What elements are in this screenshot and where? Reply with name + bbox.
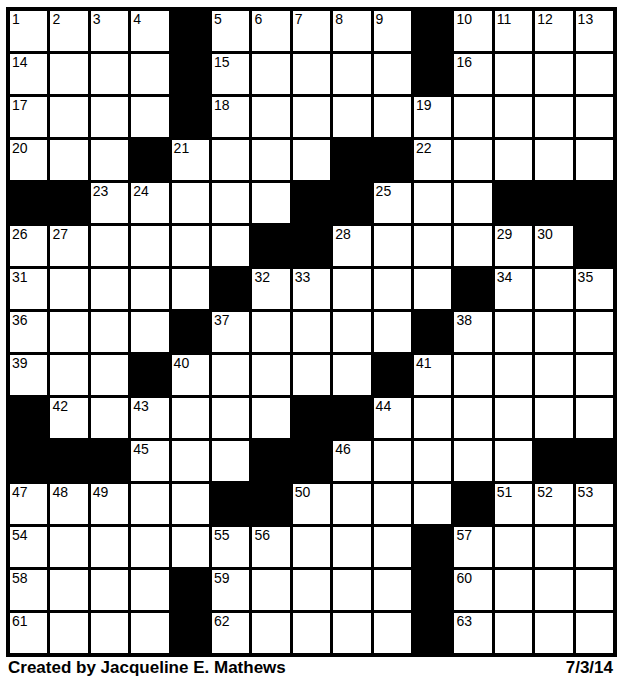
open-cell-r15c12[interactable]: 63 — [454, 613, 491, 653]
open-cell-r13c15[interactable] — [576, 527, 613, 567]
open-cell-r2c15[interactable] — [576, 54, 613, 94]
open-cell-r2c6[interactable]: 15 — [212, 54, 249, 94]
open-cell-r15c6[interactable]: 62 — [212, 613, 249, 653]
open-cell-r8c3[interactable] — [91, 312, 128, 352]
open-cell-r4c5[interactable]: 21 — [172, 140, 209, 180]
open-cell-r11c10[interactable] — [374, 441, 411, 481]
open-cell-r3c11[interactable]: 19 — [414, 97, 451, 137]
clue-number-26: 26 — [12, 226, 28, 243]
clue-number-12: 12 — [537, 11, 553, 28]
open-cell-r7c8[interactable]: 33 — [293, 269, 330, 309]
open-cell-r3c1[interactable]: 17 — [10, 97, 47, 137]
open-cell-r3c12[interactable] — [454, 97, 491, 137]
open-cell-r14c3[interactable] — [91, 570, 128, 610]
crossword-grid: 1234567891011121314151617181920212223242… — [6, 7, 617, 657]
open-cell-r13c4[interactable] — [131, 527, 168, 567]
open-cell-r3c2[interactable] — [50, 97, 87, 137]
open-cell-r13c13[interactable] — [495, 527, 532, 567]
black-cell-r8c11 — [414, 312, 451, 352]
open-cell-r5c10[interactable]: 25 — [374, 183, 411, 223]
clue-number-5: 5 — [214, 11, 222, 28]
black-cell-r12c12 — [454, 484, 491, 524]
clue-number-58: 58 — [12, 570, 28, 587]
clue-number-45: 45 — [133, 441, 149, 458]
black-cell-r11c7 — [252, 441, 289, 481]
black-cell-r11c2 — [50, 441, 87, 481]
open-cell-r8c12[interactable]: 38 — [454, 312, 491, 352]
open-cell-r8c8[interactable] — [293, 312, 330, 352]
black-cell-r12c6 — [212, 484, 249, 524]
open-cell-r10c5[interactable] — [172, 398, 209, 438]
clue-number-16: 16 — [456, 54, 472, 71]
clue-number-25: 25 — [376, 183, 392, 200]
clue-number-54: 54 — [12, 527, 28, 544]
open-cell-r12c3[interactable]: 49 — [91, 484, 128, 524]
clue-number-30: 30 — [537, 226, 553, 243]
open-cell-r3c4[interactable] — [131, 97, 168, 137]
open-cell-r13c6[interactable]: 55 — [212, 527, 249, 567]
clue-number-18: 18 — [214, 97, 230, 114]
black-cell-r11c3 — [91, 441, 128, 481]
open-cell-r12c2[interactable]: 48 — [50, 484, 87, 524]
clue-number-2: 2 — [52, 11, 60, 28]
open-cell-r7c7[interactable]: 32 — [252, 269, 289, 309]
black-cell-r9c10 — [374, 355, 411, 395]
open-cell-r9c3[interactable] — [91, 355, 128, 395]
black-cell-r5c15 — [576, 183, 613, 223]
black-cell-r10c8 — [293, 398, 330, 438]
open-cell-r9c9[interactable] — [333, 355, 370, 395]
open-cell-r11c9[interactable]: 46 — [333, 441, 370, 481]
open-cell-r12c14[interactable]: 52 — [535, 484, 572, 524]
open-cell-r1c10[interactable]: 9 — [374, 11, 411, 51]
clue-number-19: 19 — [416, 97, 432, 114]
open-cell-r10c11[interactable] — [414, 398, 451, 438]
open-cell-r1c12[interactable]: 10 — [454, 11, 491, 51]
open-cell-r3c8[interactable] — [293, 97, 330, 137]
open-cell-r3c6[interactable]: 18 — [212, 97, 249, 137]
black-cell-r10c1 — [10, 398, 47, 438]
open-cell-r1c1[interactable]: 1 — [10, 11, 47, 51]
open-cell-r2c13[interactable] — [495, 54, 532, 94]
clue-number-61: 61 — [12, 613, 28, 630]
open-cell-r2c1[interactable]: 14 — [10, 54, 47, 94]
open-cell-r6c1[interactable]: 26 — [10, 226, 47, 266]
clue-number-10: 10 — [456, 11, 472, 28]
open-cell-r12c11[interactable] — [414, 484, 451, 524]
black-cell-r14c11 — [414, 570, 451, 610]
open-cell-r12c5[interactable] — [172, 484, 209, 524]
open-cell-r13c3[interactable] — [91, 527, 128, 567]
clue-number-60: 60 — [456, 570, 472, 587]
open-cell-r2c7[interactable] — [252, 54, 289, 94]
black-cell-r2c11 — [414, 54, 451, 94]
black-cell-r14c5 — [172, 570, 209, 610]
open-cell-r11c6[interactable] — [212, 441, 249, 481]
open-cell-r2c10[interactable] — [374, 54, 411, 94]
black-cell-r4c9 — [333, 140, 370, 180]
open-cell-r10c12[interactable] — [454, 398, 491, 438]
clue-number-55: 55 — [214, 527, 230, 544]
clue-number-20: 20 — [12, 140, 28, 157]
open-cell-r13c8[interactable] — [293, 527, 330, 567]
black-cell-r6c8 — [293, 226, 330, 266]
black-cell-r10c9 — [333, 398, 370, 438]
open-cell-r9c8[interactable] — [293, 355, 330, 395]
open-cell-r1c7[interactable]: 6 — [252, 11, 289, 51]
black-cell-r3c5 — [172, 97, 209, 137]
black-cell-r11c15 — [576, 441, 613, 481]
open-cell-r5c3[interactable]: 23 — [91, 183, 128, 223]
clue-number-53: 53 — [578, 484, 594, 501]
clue-number-62: 62 — [214, 613, 230, 630]
clue-number-32: 32 — [254, 269, 270, 286]
open-cell-r8c13[interactable] — [495, 312, 532, 352]
clue-number-21: 21 — [174, 140, 190, 157]
black-cell-r5c14 — [535, 183, 572, 223]
black-cell-r1c11 — [414, 11, 451, 51]
clue-number-48: 48 — [52, 484, 68, 501]
open-cell-r4c15[interactable] — [576, 140, 613, 180]
open-cell-r13c2[interactable] — [50, 527, 87, 567]
open-cell-r5c12[interactable] — [454, 183, 491, 223]
clue-number-3: 3 — [93, 11, 101, 28]
clue-number-63: 63 — [456, 613, 472, 630]
open-cell-r8c2[interactable] — [50, 312, 87, 352]
black-cell-r5c8 — [293, 183, 330, 223]
open-cell-r7c13[interactable]: 34 — [495, 269, 532, 309]
black-cell-r15c5 — [172, 613, 209, 653]
open-cell-r11c12[interactable] — [454, 441, 491, 481]
open-cell-r15c14[interactable] — [535, 613, 572, 653]
open-cell-r13c9[interactable] — [333, 527, 370, 567]
open-cell-r7c2[interactable] — [50, 269, 87, 309]
open-cell-r14c4[interactable] — [131, 570, 168, 610]
open-cell-r2c9[interactable] — [333, 54, 370, 94]
open-cell-r6c11[interactable] — [414, 226, 451, 266]
open-cell-r4c3[interactable] — [91, 140, 128, 180]
black-cell-r5c2 — [50, 183, 87, 223]
clue-number-29: 29 — [497, 226, 513, 243]
black-cell-r8c5 — [172, 312, 209, 352]
open-cell-r2c3[interactable] — [91, 54, 128, 94]
open-cell-r8c15[interactable] — [576, 312, 613, 352]
open-cell-r13c10[interactable] — [374, 527, 411, 567]
open-cell-r11c13[interactable] — [495, 441, 532, 481]
open-cell-r12c13[interactable]: 51 — [495, 484, 532, 524]
open-cell-r3c7[interactable] — [252, 97, 289, 137]
open-cell-r4c14[interactable] — [535, 140, 572, 180]
clue-number-27: 27 — [52, 226, 68, 243]
open-cell-r1c3[interactable]: 3 — [91, 11, 128, 51]
open-cell-r12c9[interactable] — [333, 484, 370, 524]
open-cell-r13c7[interactable]: 56 — [252, 527, 289, 567]
open-cell-r5c4[interactable]: 24 — [131, 183, 168, 223]
open-cell-r9c2[interactable] — [50, 355, 87, 395]
open-cell-r14c6[interactable]: 59 — [212, 570, 249, 610]
open-cell-r1c14[interactable]: 12 — [535, 11, 572, 51]
open-cell-r9c13[interactable] — [495, 355, 532, 395]
open-cell-r3c10[interactable] — [374, 97, 411, 137]
date-text: 7/3/14 — [566, 658, 613, 678]
clue-number-24: 24 — [133, 183, 149, 200]
open-cell-r10c14[interactable] — [535, 398, 572, 438]
open-cell-r2c2[interactable] — [50, 54, 87, 94]
open-cell-r7c10[interactable] — [374, 269, 411, 309]
clue-number-34: 34 — [497, 269, 513, 286]
black-cell-r5c13 — [495, 183, 532, 223]
open-cell-r13c5[interactable] — [172, 527, 209, 567]
black-cell-r4c10 — [374, 140, 411, 180]
open-cell-r6c9[interactable]: 28 — [333, 226, 370, 266]
open-cell-r1c15[interactable]: 13 — [576, 11, 613, 51]
clue-number-39: 39 — [12, 355, 28, 372]
open-cell-r9c5[interactable]: 40 — [172, 355, 209, 395]
open-cell-r6c5[interactable] — [172, 226, 209, 266]
clue-number-9: 9 — [376, 11, 384, 28]
open-cell-r15c2[interactable] — [50, 613, 87, 653]
black-cell-r7c12 — [454, 269, 491, 309]
open-cell-r1c4[interactable]: 4 — [131, 11, 168, 51]
open-cell-r6c12[interactable] — [454, 226, 491, 266]
open-cell-r3c15[interactable] — [576, 97, 613, 137]
open-cell-r6c3[interactable] — [91, 226, 128, 266]
open-cell-r8c1[interactable]: 36 — [10, 312, 47, 352]
open-cell-r4c7[interactable] — [252, 140, 289, 180]
open-cell-r10c2[interactable]: 42 — [50, 398, 87, 438]
clue-number-35: 35 — [578, 269, 594, 286]
open-cell-r9c1[interactable]: 39 — [10, 355, 47, 395]
open-cell-r14c15[interactable] — [576, 570, 613, 610]
open-cell-r6c14[interactable]: 30 — [535, 226, 572, 266]
clue-number-44: 44 — [376, 398, 392, 415]
open-cell-r9c12[interactable] — [454, 355, 491, 395]
black-cell-r11c8 — [293, 441, 330, 481]
open-cell-r14c1[interactable]: 58 — [10, 570, 47, 610]
open-cell-r1c6[interactable]: 5 — [212, 11, 249, 51]
open-cell-r8c10[interactable] — [374, 312, 411, 352]
open-cell-r12c8[interactable]: 50 — [293, 484, 330, 524]
clue-number-37: 37 — [214, 312, 230, 329]
clue-number-43: 43 — [133, 398, 149, 415]
open-cell-r5c11[interactable] — [414, 183, 451, 223]
open-cell-r2c14[interactable] — [535, 54, 572, 94]
open-cell-r1c13[interactable]: 11 — [495, 11, 532, 51]
clue-number-14: 14 — [12, 54, 28, 71]
clue-number-50: 50 — [295, 484, 311, 501]
open-cell-r2c12[interactable]: 16 — [454, 54, 491, 94]
open-cell-r10c7[interactable] — [252, 398, 289, 438]
open-cell-r7c5[interactable] — [172, 269, 209, 309]
open-cell-r14c2[interactable] — [50, 570, 87, 610]
open-cell-r3c3[interactable] — [91, 97, 128, 137]
open-cell-r10c4[interactable]: 43 — [131, 398, 168, 438]
open-cell-r15c3[interactable] — [91, 613, 128, 653]
black-cell-r13c11 — [414, 527, 451, 567]
clue-number-52: 52 — [537, 484, 553, 501]
clue-number-22: 22 — [416, 140, 432, 157]
open-cell-r5c7[interactable] — [252, 183, 289, 223]
clue-number-23: 23 — [93, 183, 109, 200]
open-cell-r9c11[interactable]: 41 — [414, 355, 451, 395]
open-cell-r8c7[interactable] — [252, 312, 289, 352]
open-cell-r4c1[interactable]: 20 — [10, 140, 47, 180]
open-cell-r15c8[interactable] — [293, 613, 330, 653]
open-cell-r1c9[interactable]: 8 — [333, 11, 370, 51]
clue-number-42: 42 — [52, 398, 68, 415]
open-cell-r7c15[interactable]: 35 — [576, 269, 613, 309]
open-cell-r11c4[interactable]: 45 — [131, 441, 168, 481]
open-cell-r7c11[interactable] — [414, 269, 451, 309]
open-cell-r11c11[interactable] — [414, 441, 451, 481]
open-cell-r12c4[interactable] — [131, 484, 168, 524]
clue-number-7: 7 — [295, 11, 303, 28]
open-cell-r10c13[interactable] — [495, 398, 532, 438]
open-cell-r4c12[interactable] — [454, 140, 491, 180]
open-cell-r15c15[interactable] — [576, 613, 613, 653]
open-cell-r14c9[interactable] — [333, 570, 370, 610]
clue-number-1: 1 — [12, 11, 20, 28]
black-cell-r15c11 — [414, 613, 451, 653]
open-cell-r12c15[interactable]: 53 — [576, 484, 613, 524]
open-cell-r13c12[interactable]: 57 — [454, 527, 491, 567]
open-cell-r8c14[interactable] — [535, 312, 572, 352]
clue-number-15: 15 — [214, 54, 230, 71]
open-cell-r6c13[interactable]: 29 — [495, 226, 532, 266]
open-cell-r3c9[interactable] — [333, 97, 370, 137]
open-cell-r6c6[interactable] — [212, 226, 249, 266]
clue-number-38: 38 — [456, 312, 472, 329]
open-cell-r15c4[interactable] — [131, 613, 168, 653]
open-cell-r8c6[interactable]: 37 — [212, 312, 249, 352]
black-cell-r4c4 — [131, 140, 168, 180]
open-cell-r13c1[interactable]: 54 — [10, 527, 47, 567]
clue-number-11: 11 — [497, 11, 512, 28]
black-cell-r7c6 — [212, 269, 249, 309]
open-cell-r10c10[interactable]: 44 — [374, 398, 411, 438]
open-cell-r9c6[interactable] — [212, 355, 249, 395]
open-cell-r5c5[interactable] — [172, 183, 209, 223]
open-cell-r6c10[interactable] — [374, 226, 411, 266]
black-cell-r6c7 — [252, 226, 289, 266]
footer: Created by Jacqueline E. Mathews 7/3/14 — [8, 658, 613, 678]
open-cell-r11c5[interactable] — [172, 441, 209, 481]
open-cell-r12c1[interactable]: 47 — [10, 484, 47, 524]
open-cell-r15c1[interactable]: 61 — [10, 613, 47, 653]
open-cell-r2c8[interactable] — [293, 54, 330, 94]
clue-number-47: 47 — [12, 484, 28, 501]
open-cell-r9c15[interactable] — [576, 355, 613, 395]
open-cell-r12c10[interactable] — [374, 484, 411, 524]
open-cell-r14c8[interactable] — [293, 570, 330, 610]
black-cell-r12c7 — [252, 484, 289, 524]
open-cell-r7c1[interactable]: 31 — [10, 269, 47, 309]
open-cell-r7c3[interactable] — [91, 269, 128, 309]
open-cell-r10c6[interactable] — [212, 398, 249, 438]
open-cell-r14c14[interactable] — [535, 570, 572, 610]
open-cell-r4c8[interactable] — [293, 140, 330, 180]
clue-number-8: 8 — [335, 11, 343, 28]
black-cell-r5c1 — [10, 183, 47, 223]
open-cell-r10c15[interactable] — [576, 398, 613, 438]
open-cell-r3c13[interactable] — [495, 97, 532, 137]
open-cell-r4c13[interactable] — [495, 140, 532, 180]
open-cell-r3c14[interactable] — [535, 97, 572, 137]
black-cell-r5c9 — [333, 183, 370, 223]
open-cell-r14c12[interactable]: 60 — [454, 570, 491, 610]
open-cell-r15c7[interactable] — [252, 613, 289, 653]
open-cell-r13c14[interactable] — [535, 527, 572, 567]
open-cell-r7c9[interactable] — [333, 269, 370, 309]
open-cell-r15c10[interactable] — [374, 613, 411, 653]
open-cell-r4c6[interactable] — [212, 140, 249, 180]
clue-number-40: 40 — [174, 355, 190, 372]
clue-number-56: 56 — [254, 527, 270, 544]
clue-number-59: 59 — [214, 570, 230, 587]
clue-number-17: 17 — [12, 97, 28, 114]
open-cell-r5c6[interactable] — [212, 183, 249, 223]
credit-text: Created by Jacqueline E. Mathews — [8, 658, 286, 678]
black-cell-r6c15 — [576, 226, 613, 266]
open-cell-r1c2[interactable]: 2 — [50, 11, 87, 51]
clue-number-6: 6 — [254, 11, 262, 28]
open-cell-r6c2[interactable]: 27 — [50, 226, 87, 266]
clue-number-4: 4 — [133, 11, 141, 28]
open-cell-r15c13[interactable] — [495, 613, 532, 653]
clue-number-28: 28 — [335, 226, 351, 243]
open-cell-r6c4[interactable] — [131, 226, 168, 266]
clue-number-33: 33 — [295, 269, 311, 286]
black-cell-r2c5 — [172, 54, 209, 94]
open-cell-r14c10[interactable] — [374, 570, 411, 610]
open-cell-r4c2[interactable] — [50, 140, 87, 180]
clue-number-13: 13 — [578, 11, 594, 28]
black-cell-r9c4 — [131, 355, 168, 395]
open-cell-r14c7[interactable] — [252, 570, 289, 610]
open-cell-r8c9[interactable] — [333, 312, 370, 352]
clue-number-31: 31 — [12, 269, 28, 286]
clue-number-41: 41 — [416, 355, 432, 372]
crossword-page: 1234567891011121314151617181920212223242… — [0, 0, 620, 680]
open-cell-r7c14[interactable] — [535, 269, 572, 309]
clue-number-49: 49 — [93, 484, 109, 501]
clue-number-57: 57 — [456, 527, 472, 544]
black-cell-r1c5 — [172, 11, 209, 51]
clue-number-51: 51 — [497, 484, 513, 501]
open-cell-r14c13[interactable] — [495, 570, 532, 610]
open-cell-r10c3[interactable] — [91, 398, 128, 438]
open-cell-r8c4[interactable] — [131, 312, 168, 352]
open-cell-r15c9[interactable] — [333, 613, 370, 653]
black-cell-r11c1 — [10, 441, 47, 481]
open-cell-r9c7[interactable] — [252, 355, 289, 395]
clue-number-36: 36 — [12, 312, 28, 329]
black-cell-r11c14 — [535, 441, 572, 481]
clue-number-46: 46 — [335, 441, 351, 458]
open-cell-r4c11[interactable]: 22 — [414, 140, 451, 180]
open-cell-r9c14[interactable] — [535, 355, 572, 395]
open-cell-r1c8[interactable]: 7 — [293, 11, 330, 51]
open-cell-r2c4[interactable] — [131, 54, 168, 94]
open-cell-r7c4[interactable] — [131, 269, 168, 309]
